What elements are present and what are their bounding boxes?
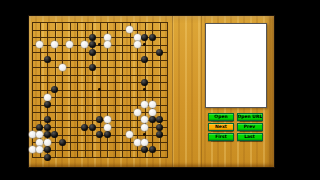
move-display-panel[interactable] [205, 23, 267, 108]
black-stone [141, 34, 148, 41]
last-button[interactable]: Last [237, 133, 263, 141]
white-stone [149, 101, 156, 108]
black-stone [96, 116, 103, 123]
black-stone [44, 146, 51, 153]
wood-seam [172, 16, 173, 167]
open-url-button[interactable]: Open URL [237, 113, 263, 121]
grid-line [32, 112, 168, 113]
white-stone [149, 109, 156, 116]
black-stone [89, 124, 96, 131]
white-stone [36, 131, 43, 138]
open-button[interactable]: Open [208, 113, 234, 121]
white-stone [44, 139, 51, 146]
white-stone [126, 26, 133, 33]
next-button[interactable]: Next [208, 123, 234, 131]
black-stone [149, 146, 156, 153]
black-stone [44, 116, 51, 123]
grid-line [32, 157, 168, 158]
black-stone [81, 124, 88, 131]
black-stone [156, 116, 163, 123]
black-stone [44, 124, 51, 131]
white-stone [81, 41, 88, 48]
white-stone [29, 146, 36, 153]
white-stone [134, 41, 141, 48]
black-stone [156, 131, 163, 138]
white-stone [36, 41, 43, 48]
black-stone [89, 49, 96, 56]
white-stone [51, 41, 58, 48]
black-stone [104, 131, 111, 138]
white-stone [134, 109, 141, 116]
black-stone [96, 131, 103, 138]
grid-line [167, 22, 168, 158]
black-stone [149, 34, 156, 41]
wood-seam [201, 16, 202, 167]
black-stone [149, 116, 156, 123]
white-stone [104, 124, 111, 131]
black-stone [36, 124, 43, 131]
black-stone [141, 79, 148, 86]
white-stone [141, 116, 148, 123]
white-stone [126, 131, 133, 138]
star-point [98, 88, 100, 90]
black-stone [89, 34, 96, 41]
grid-line [115, 22, 116, 158]
white-stone [29, 131, 36, 138]
black-stone [59, 139, 66, 146]
black-stone [44, 56, 51, 63]
white-stone [59, 64, 66, 71]
black-stone [141, 146, 148, 153]
star-point [143, 88, 145, 90]
black-stone [89, 64, 96, 71]
star-point [143, 133, 145, 135]
grid-line [122, 22, 123, 158]
grid-line [152, 22, 153, 158]
black-stone [44, 131, 51, 138]
black-stone [141, 56, 148, 63]
star-point [98, 43, 100, 45]
go-board[interactable] [29, 16, 199, 167]
white-stone [66, 41, 73, 48]
white-stone [104, 41, 111, 48]
white-stone [104, 116, 111, 123]
black-stone [156, 124, 163, 131]
black-stone [44, 154, 51, 161]
white-stone [36, 146, 43, 153]
black-stone [156, 49, 163, 56]
white-stone [141, 101, 148, 108]
white-stone [141, 124, 148, 131]
app-window: OpenOpen URLNextPrevFirstLast [28, 15, 275, 168]
black-stone [89, 41, 96, 48]
white-stone [134, 139, 141, 146]
grid-line [32, 97, 168, 98]
star-point [143, 43, 145, 45]
black-stone [44, 101, 51, 108]
black-stone [51, 131, 58, 138]
white-stone [104, 34, 111, 41]
first-button[interactable]: First [208, 133, 234, 141]
white-stone [141, 139, 148, 146]
black-stone [51, 86, 58, 93]
prev-button[interactable]: Prev [237, 123, 263, 131]
white-stone [44, 94, 51, 101]
white-stone [134, 34, 141, 41]
white-stone [36, 139, 43, 146]
